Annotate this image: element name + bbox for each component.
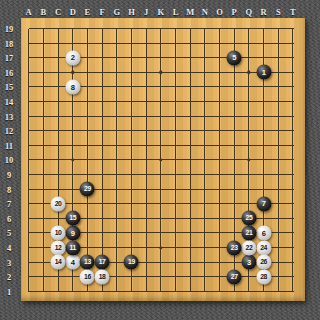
- go-board[interactable]: 1234567891011121314151617181920212223242…: [21, 18, 305, 301]
- row-label-7: 7: [0, 199, 18, 209]
- stone-2-white-d17: 2: [65, 50, 80, 65]
- stone-23-black-p4: 23: [227, 240, 242, 255]
- col-label-f: F: [95, 7, 109, 17]
- stone-4-white-d3: 4: [65, 255, 80, 270]
- grid-line-horizontal-7: [29, 203, 294, 204]
- stone-1-black-r16: 1: [256, 65, 271, 80]
- stone-27-black-p2: 27: [227, 269, 242, 284]
- stone-12-white-c4: 12: [51, 240, 66, 255]
- row-label-1: 1: [0, 287, 18, 297]
- stone-20-white-c7: 20: [51, 196, 66, 211]
- stone-6-white-r5: 6: [256, 225, 271, 240]
- row-label-6: 6: [0, 214, 18, 224]
- row-label-11: 11: [0, 141, 18, 151]
- col-label-k: K: [154, 7, 168, 17]
- stone-14-white-c3: 14: [51, 255, 66, 270]
- col-label-n: N: [198, 7, 212, 17]
- grid-line-vertical-g: [116, 29, 117, 293]
- stone-18-white-f2: 18: [95, 269, 110, 284]
- col-label-q: Q: [242, 7, 256, 17]
- row-label-17: 17: [0, 53, 18, 63]
- col-label-a: A: [22, 7, 36, 17]
- grid-line-horizontal-1: [29, 291, 294, 292]
- stone-16-white-e2: 16: [80, 269, 95, 284]
- stone-25-black-q6: 25: [241, 211, 256, 226]
- col-label-t: T: [286, 7, 300, 17]
- go-diagram: ABCDEFGHJKLMNOPQRST 19181716151413121110…: [0, 0, 320, 320]
- row-label-19: 19: [0, 24, 18, 34]
- grid-line-horizontal-9: [29, 174, 294, 175]
- col-label-l: L: [169, 7, 183, 17]
- row-label-2: 2: [0, 272, 18, 282]
- stone-13-black-e3: 13: [80, 255, 95, 270]
- row-label-10: 10: [0, 155, 18, 165]
- stone-21-black-q5: 21: [241, 225, 256, 240]
- grid-line-vertical-j: [146, 29, 147, 293]
- row-label-3: 3: [0, 258, 18, 268]
- stone-5-black-p17: 5: [227, 50, 242, 65]
- grid-line-vertical-e: [87, 29, 88, 293]
- grid-line-horizontal-8: [29, 189, 294, 190]
- stone-9-black-d5: 9: [65, 225, 80, 240]
- stone-15-black-d6: 15: [65, 211, 80, 226]
- row-label-5: 5: [0, 228, 18, 238]
- col-label-c: C: [51, 7, 65, 17]
- stone-3-black-q3: 3: [241, 255, 256, 270]
- grid-line-vertical-n: [204, 29, 205, 293]
- col-label-o: O: [213, 7, 227, 17]
- col-label-p: P: [227, 7, 241, 17]
- row-label-16: 16: [0, 68, 18, 78]
- row-label-12: 12: [0, 126, 18, 136]
- star-point-k16: [159, 71, 163, 75]
- row-label-8: 8: [0, 185, 18, 195]
- stone-24-white-r4: 24: [256, 240, 271, 255]
- col-label-r: R: [257, 7, 271, 17]
- star-point-q16: [247, 71, 251, 75]
- stone-17-black-f3: 17: [95, 255, 110, 270]
- stone-11-black-d4: 11: [65, 240, 80, 255]
- grid-line-vertical-h: [131, 29, 132, 293]
- grid-line-vertical-s: [278, 29, 279, 293]
- col-label-m: M: [183, 7, 197, 17]
- col-label-h: H: [124, 7, 138, 17]
- grid-line-horizontal-2: [29, 276, 294, 277]
- grid-line-vertical-l: [175, 29, 176, 293]
- grid-line-vertical-a: [28, 29, 29, 293]
- stone-19-black-h3: 19: [124, 255, 139, 270]
- star-point-k4: [159, 246, 163, 250]
- stone-10-white-c5: 10: [51, 225, 66, 240]
- stone-8-white-d15: 8: [65, 79, 80, 94]
- stone-7-black-r7: 7: [256, 196, 271, 211]
- row-label-4: 4: [0, 243, 18, 253]
- col-label-s: S: [271, 7, 285, 17]
- row-label-14: 14: [0, 97, 18, 107]
- star-point-d16: [71, 71, 75, 75]
- col-label-d: D: [66, 7, 80, 17]
- row-label-18: 18: [0, 39, 18, 49]
- star-point-k10: [159, 158, 163, 162]
- stone-29-black-e8: 29: [80, 182, 95, 197]
- grid-line-vertical-b: [43, 29, 44, 293]
- grid-line-vertical-f: [102, 29, 103, 293]
- col-label-b: B: [36, 7, 50, 17]
- grid-line-vertical-m: [190, 29, 191, 293]
- grid-line-vertical-o: [219, 29, 220, 293]
- col-label-g: G: [110, 7, 124, 17]
- stone-28-white-r2: 28: [256, 269, 271, 284]
- star-point-d10: [71, 158, 75, 162]
- grid-line-vertical-t: [292, 29, 293, 293]
- stone-26-white-r3: 26: [256, 255, 271, 270]
- star-point-q10: [247, 158, 251, 162]
- row-label-13: 13: [0, 112, 18, 122]
- col-label-j: J: [139, 7, 153, 17]
- stone-22-white-q4: 22: [241, 240, 256, 255]
- col-label-e: E: [80, 7, 94, 17]
- row-label-15: 15: [0, 82, 18, 92]
- row-label-9: 9: [0, 170, 18, 180]
